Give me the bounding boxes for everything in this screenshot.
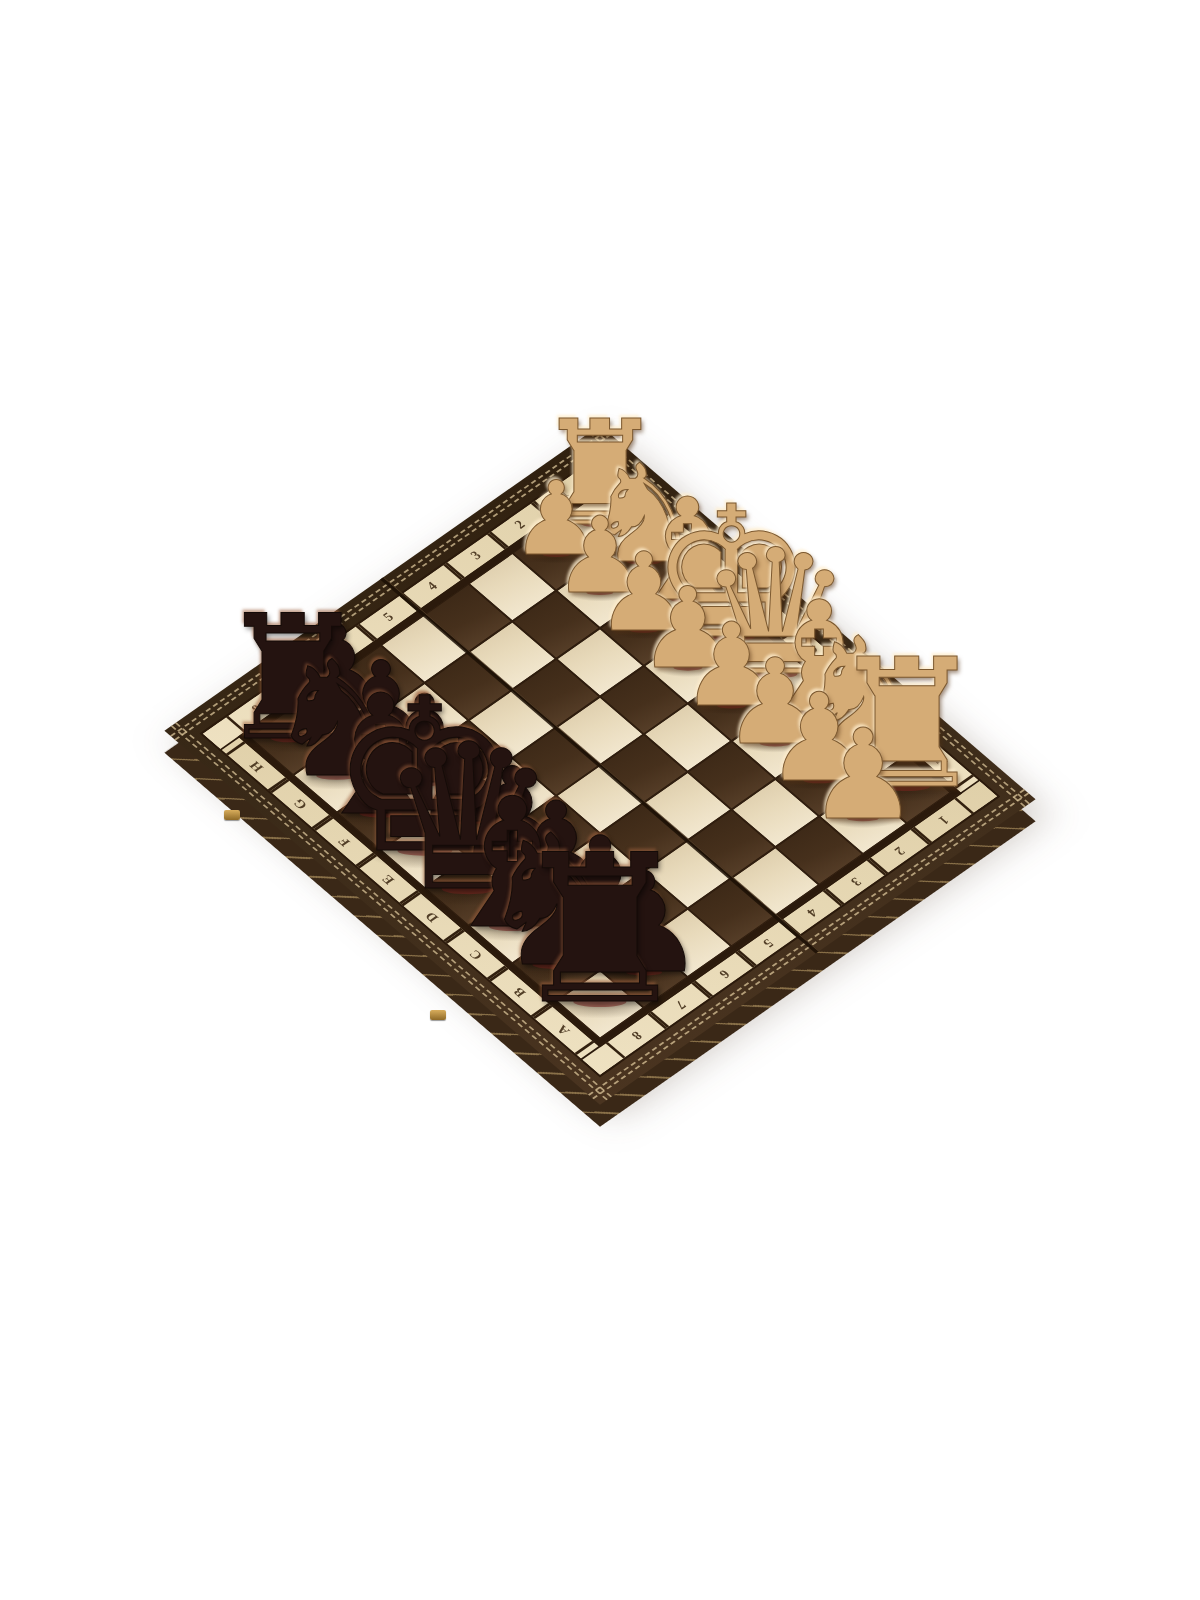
coordinate-label: E (758, 606, 777, 621)
product-photo-scene: ABCDEFGH ABCDEFGH 12345678 12345678 ♜♟♞♟… (0, 0, 1200, 1600)
coordinate-label: 3 (847, 875, 864, 889)
coordinate-label: A (933, 756, 953, 771)
coordinate-label: E (379, 872, 398, 887)
coordinate-label: H (247, 759, 267, 775)
coordinate-label: F (335, 835, 354, 849)
coordinate-label: C (466, 947, 486, 962)
coordinate-label: 7 (672, 998, 689, 1012)
coordinate-label: 5 (759, 936, 776, 950)
coordinate-label: B (510, 985, 529, 1000)
coordinate-label: H (626, 492, 646, 508)
coordinate-label: 1 (935, 813, 952, 827)
coordinate-label: F (715, 568, 734, 582)
coordinate-label: 8 (628, 1029, 645, 1043)
coordinate-label: 1 (555, 487, 572, 501)
coordinate-label: 6 (715, 967, 732, 981)
coordinate-label: D (802, 643, 822, 658)
brass-hinge-icon (224, 810, 240, 820)
coordinate-label: 4 (423, 580, 440, 594)
coordinate-label: B (890, 719, 909, 734)
coordinate-label: 7 (292, 672, 309, 686)
coordinate-label: G (290, 796, 310, 812)
chess-board: ABCDEFGH ABCDEFGH 12345678 12345678 (164, 425, 1035, 1105)
coordinate-label: 5 (380, 610, 397, 624)
brass-hinge-icon (430, 1010, 446, 1020)
coordinate-label: 3 (467, 549, 484, 563)
coordinate-label: 6 (336, 641, 353, 655)
coordinate-label: A (554, 1022, 574, 1037)
coordinate-label: G (670, 530, 690, 546)
coordinate-label: 2 (891, 844, 908, 858)
brass-latch-ring-icon (928, 698, 939, 709)
coordinate-label: C (846, 681, 866, 696)
coordinate-label: D (422, 909, 442, 924)
coordinate-label: 2 (511, 518, 528, 532)
coordinate-label: 8 (248, 703, 265, 717)
coordinate-label: 4 (803, 906, 820, 920)
